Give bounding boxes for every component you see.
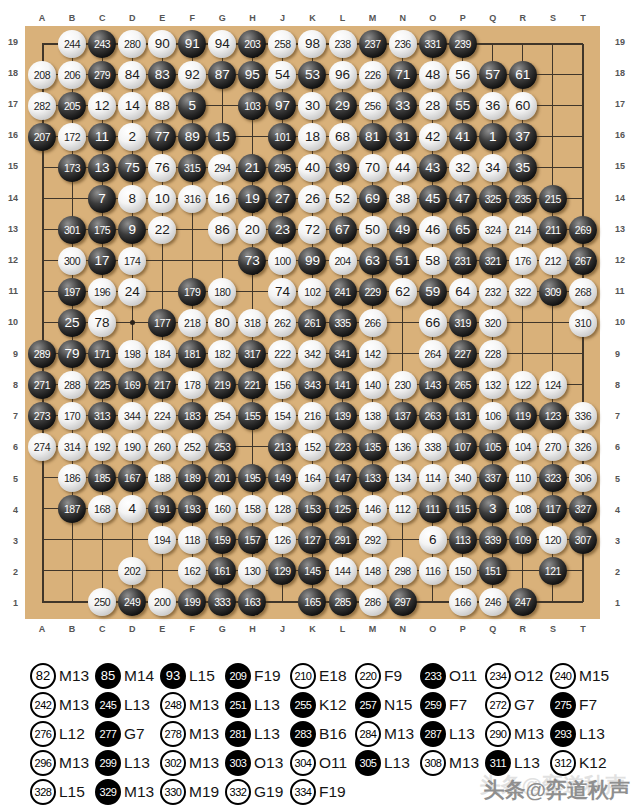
caption-move-272: 272 bbox=[485, 692, 511, 718]
point-R14: 235 bbox=[508, 183, 538, 214]
caption-move-234: 234 bbox=[485, 663, 511, 689]
point-F5: 189 bbox=[177, 462, 207, 493]
watermark: 头条@弈道秋声 bbox=[484, 776, 630, 804]
stone-black-31: 31 bbox=[389, 123, 417, 151]
stone-white-124: 124 bbox=[539, 371, 567, 399]
caption-move-332: 332 bbox=[225, 779, 251, 805]
caption-entry-312: 312K12 bbox=[550, 750, 615, 776]
point-J16: 101 bbox=[267, 121, 297, 152]
caption-move-302: 302 bbox=[160, 750, 186, 776]
caption-at-284: M13 bbox=[384, 725, 414, 743]
point-B11: 197 bbox=[57, 276, 87, 307]
row-label-17: 17 bbox=[0, 88, 25, 119]
stone-black-153: 153 bbox=[298, 495, 326, 523]
stone-black-79: 79 bbox=[58, 340, 86, 368]
caption-move-311: 311 bbox=[485, 750, 511, 776]
row-label-2: 2 bbox=[600, 557, 640, 588]
point-E8: 217 bbox=[147, 369, 177, 400]
point-T8 bbox=[568, 369, 598, 400]
stone-black-49: 49 bbox=[389, 216, 417, 244]
stone-white-146: 146 bbox=[359, 495, 387, 523]
stone-white-34: 34 bbox=[479, 154, 507, 182]
stone-black-219: 219 bbox=[208, 371, 236, 399]
caption-at-233: O11 bbox=[449, 667, 477, 685]
stone-white-260: 260 bbox=[148, 433, 176, 461]
col-label-S: S bbox=[538, 624, 568, 634]
caption-at-220: F9 bbox=[384, 667, 402, 685]
stone-black-169: 169 bbox=[118, 371, 146, 399]
col-label-D: D bbox=[117, 13, 147, 23]
point-R3: 109 bbox=[508, 524, 538, 555]
point-H7: 155 bbox=[237, 400, 267, 431]
stone-white-128: 128 bbox=[268, 495, 296, 523]
caption-move-293: 293 bbox=[550, 721, 576, 747]
col-label-L: L bbox=[328, 13, 358, 23]
col-label-M: M bbox=[358, 13, 388, 23]
point-P16: 41 bbox=[448, 121, 478, 152]
point-C19: 243 bbox=[87, 28, 117, 59]
stone-black-189: 189 bbox=[178, 464, 206, 492]
stone-white-224: 224 bbox=[148, 402, 176, 430]
col-label-R: R bbox=[508, 13, 538, 23]
point-T10: 310 bbox=[568, 307, 598, 338]
point-P9: 227 bbox=[448, 338, 478, 369]
stone-black-39: 39 bbox=[329, 154, 357, 182]
point-Q13: 324 bbox=[478, 214, 508, 245]
stone-white-274: 274 bbox=[28, 433, 56, 461]
point-P10: 319 bbox=[448, 307, 478, 338]
point-T4: 327 bbox=[568, 493, 598, 524]
point-T3: 307 bbox=[568, 524, 598, 555]
caption-entry-276: 276L12 bbox=[30, 721, 95, 747]
stone-black-117: 117 bbox=[539, 495, 567, 523]
point-S11: 309 bbox=[538, 276, 568, 307]
point-A4 bbox=[27, 493, 57, 524]
point-K10: 261 bbox=[297, 307, 327, 338]
row-label-13: 13 bbox=[600, 213, 640, 244]
point-L3: 291 bbox=[328, 524, 358, 555]
point-T17 bbox=[568, 90, 598, 121]
stone-white-164: 164 bbox=[298, 464, 326, 492]
point-M15: 70 bbox=[358, 152, 388, 183]
caption-move-276: 276 bbox=[30, 721, 56, 747]
point-T9 bbox=[568, 338, 598, 369]
stone-white-232: 232 bbox=[479, 278, 507, 306]
stone-black-335: 335 bbox=[329, 309, 357, 337]
stone-black-89: 89 bbox=[178, 123, 206, 151]
stone-black-55: 55 bbox=[449, 92, 477, 120]
caption-move-93: 93 bbox=[160, 663, 186, 689]
caption-row-2: 242M13245L13248M13251L13255K12257N15259F… bbox=[30, 690, 640, 719]
stone-black-155: 155 bbox=[238, 402, 266, 430]
point-S9 bbox=[538, 338, 568, 369]
stone-white-148: 148 bbox=[359, 557, 387, 585]
point-H15: 21 bbox=[237, 152, 267, 183]
stone-black-95: 95 bbox=[238, 61, 266, 89]
point-B19: 244 bbox=[57, 28, 87, 59]
point-J12: 100 bbox=[267, 245, 297, 276]
point-T2 bbox=[568, 555, 598, 586]
stone-black-179: 179 bbox=[178, 278, 206, 306]
row-label-11: 11 bbox=[600, 276, 640, 307]
caption-entry-284: 284M13 bbox=[355, 721, 420, 747]
stone-black-203: 203 bbox=[238, 30, 266, 58]
col-label-J: J bbox=[267, 13, 297, 23]
point-D2: 202 bbox=[117, 555, 147, 586]
caption-move-220: 220 bbox=[355, 663, 381, 689]
point-O18: 48 bbox=[418, 59, 448, 90]
point-K16: 18 bbox=[297, 121, 327, 152]
stone-white-152: 152 bbox=[298, 433, 326, 461]
point-D8: 169 bbox=[117, 369, 147, 400]
stone-black-125: 125 bbox=[329, 495, 357, 523]
point-S3: 120 bbox=[538, 524, 568, 555]
point-J17: 97 bbox=[267, 90, 297, 121]
point-Q2: 151 bbox=[478, 555, 508, 586]
col-label-E: E bbox=[147, 624, 177, 634]
bottom-letter-labels: ABCDEFGHJKLMNOPQRST bbox=[25, 624, 600, 634]
stone-white-258: 258 bbox=[268, 30, 296, 58]
point-B2 bbox=[57, 555, 87, 586]
caption-move-240: 240 bbox=[550, 663, 576, 689]
stone-white-62: 62 bbox=[389, 278, 417, 306]
stone-black-231: 231 bbox=[449, 247, 477, 275]
point-S12: 212 bbox=[538, 245, 568, 276]
caption-at-245: L13 bbox=[124, 696, 150, 714]
caption-at-272: G7 bbox=[514, 696, 535, 714]
point-E16: 77 bbox=[147, 121, 177, 152]
stone-white-222: 222 bbox=[268, 340, 296, 368]
point-P13: 65 bbox=[448, 214, 478, 245]
point-N15: 44 bbox=[388, 152, 418, 183]
stone-white-176: 176 bbox=[509, 247, 537, 275]
stone-black-225: 225 bbox=[88, 371, 116, 399]
point-E6: 260 bbox=[147, 431, 177, 462]
point-G8: 219 bbox=[207, 369, 237, 400]
stone-white-236: 236 bbox=[389, 30, 417, 58]
point-Q16: 1 bbox=[478, 121, 508, 152]
point-A18: 208 bbox=[27, 59, 57, 90]
stone-black-71: 71 bbox=[389, 61, 417, 89]
point-E11 bbox=[147, 276, 177, 307]
stone-white-300: 300 bbox=[58, 247, 86, 275]
stone-white-212: 212 bbox=[539, 247, 567, 275]
point-L11: 241 bbox=[328, 276, 358, 307]
caption-entry-93: 93L15 bbox=[160, 663, 225, 689]
point-M5: 133 bbox=[358, 462, 388, 493]
stone-black-237: 237 bbox=[359, 30, 387, 58]
stone-white-254: 254 bbox=[208, 402, 236, 430]
point-N12: 51 bbox=[388, 245, 418, 276]
stone-black-163: 163 bbox=[238, 588, 266, 616]
point-S1 bbox=[538, 586, 568, 617]
stone-white-6: 6 bbox=[419, 526, 447, 554]
point-F2: 162 bbox=[177, 555, 207, 586]
point-H19: 203 bbox=[237, 28, 267, 59]
stone-white-108: 108 bbox=[509, 495, 537, 523]
stone-white-216: 216 bbox=[298, 402, 326, 430]
caption-at-85: M14 bbox=[124, 667, 154, 685]
stone-white-324: 324 bbox=[479, 216, 507, 244]
point-K13: 72 bbox=[297, 214, 327, 245]
stone-black-7: 7 bbox=[88, 185, 116, 213]
point-P1: 166 bbox=[448, 586, 478, 617]
stone-white-238: 238 bbox=[329, 30, 357, 58]
col-label-T: T bbox=[568, 13, 598, 23]
stone-white-174: 174 bbox=[118, 247, 146, 275]
col-label-H: H bbox=[237, 13, 267, 23]
caption-move-248: 248 bbox=[160, 692, 186, 718]
stone-black-83: 83 bbox=[148, 61, 176, 89]
point-H13: 20 bbox=[237, 214, 267, 245]
point-E1: 200 bbox=[147, 586, 177, 617]
caption-row-3: 276L12277G7278M13281L13283B16284M13287L1… bbox=[30, 719, 640, 748]
caption-at-210: E18 bbox=[319, 667, 347, 685]
point-M9: 142 bbox=[358, 338, 388, 369]
stone-black-229: 229 bbox=[359, 278, 387, 306]
stone-black-113: 113 bbox=[449, 526, 477, 554]
point-P3: 113 bbox=[448, 524, 478, 555]
point-M1: 286 bbox=[358, 586, 388, 617]
point-K8: 343 bbox=[297, 369, 327, 400]
point-R2 bbox=[508, 555, 538, 586]
point-Q12: 321 bbox=[478, 245, 508, 276]
point-D11: 24 bbox=[117, 276, 147, 307]
point-M8: 140 bbox=[358, 369, 388, 400]
caption-entry-248: 248M13 bbox=[160, 692, 225, 718]
stone-white-114: 114 bbox=[419, 464, 447, 492]
stone-black-131: 131 bbox=[449, 402, 477, 430]
stone-white-48: 48 bbox=[419, 61, 447, 89]
stone-black-249: 249 bbox=[118, 588, 146, 616]
stone-black-59: 59 bbox=[419, 278, 447, 306]
stone-white-214: 214 bbox=[509, 216, 537, 244]
stone-black-135: 135 bbox=[359, 433, 387, 461]
caption-at-328: L15 bbox=[59, 783, 85, 801]
caption-at-257: N15 bbox=[384, 696, 412, 714]
point-J9: 222 bbox=[267, 338, 297, 369]
stone-white-344: 344 bbox=[118, 402, 146, 430]
stone-black-301: 301 bbox=[58, 216, 86, 244]
caption-entry-303: 303O13 bbox=[225, 750, 290, 776]
stone-black-253: 253 bbox=[208, 433, 236, 461]
point-C17: 12 bbox=[87, 90, 117, 121]
point-L13: 67 bbox=[328, 214, 358, 245]
point-H10: 318 bbox=[237, 307, 267, 338]
col-label-O: O bbox=[418, 13, 448, 23]
stone-white-294: 294 bbox=[208, 154, 236, 182]
stone-black-29: 29 bbox=[329, 92, 357, 120]
point-P5: 340 bbox=[448, 462, 478, 493]
point-D19: 280 bbox=[117, 28, 147, 59]
stone-white-30: 30 bbox=[298, 92, 326, 120]
point-C9: 171 bbox=[87, 338, 117, 369]
stone-black-111: 111 bbox=[419, 495, 447, 523]
point-J5: 149 bbox=[267, 462, 297, 493]
point-L15: 39 bbox=[328, 152, 358, 183]
point-N5: 134 bbox=[388, 462, 418, 493]
stone-black-315: 315 bbox=[178, 154, 206, 182]
stone-white-266: 266 bbox=[359, 309, 387, 337]
point-Q17: 36 bbox=[478, 90, 508, 121]
stone-white-192: 192 bbox=[88, 433, 116, 461]
row-label-3: 3 bbox=[600, 525, 640, 556]
point-H11 bbox=[237, 276, 267, 307]
caption-entry-82: 82M13 bbox=[30, 663, 95, 689]
point-B3 bbox=[57, 524, 87, 555]
point-Q10: 320 bbox=[478, 307, 508, 338]
col-label-N: N bbox=[388, 624, 418, 634]
point-G11: 180 bbox=[207, 276, 237, 307]
stone-white-298: 298 bbox=[389, 557, 417, 585]
stone-white-88: 88 bbox=[148, 92, 176, 120]
caption-at-296: M13 bbox=[59, 754, 89, 772]
stone-black-141: 141 bbox=[329, 371, 357, 399]
point-M18: 226 bbox=[358, 59, 388, 90]
row-label-15: 15 bbox=[600, 151, 640, 182]
stone-white-292: 292 bbox=[359, 526, 387, 554]
caption-at-281: L13 bbox=[254, 725, 280, 743]
caption-entry-210: 210E18 bbox=[290, 663, 355, 689]
caption-move-259: 259 bbox=[420, 692, 446, 718]
row-label-13: 13 bbox=[0, 213, 25, 244]
stone-black-291: 291 bbox=[329, 526, 357, 554]
row-label-12: 12 bbox=[0, 244, 25, 275]
stone-black-109: 109 bbox=[509, 526, 537, 554]
caption-move-278: 278 bbox=[160, 721, 186, 747]
point-G12 bbox=[207, 245, 237, 276]
stone-white-72: 72 bbox=[298, 216, 326, 244]
stone-white-76: 76 bbox=[148, 154, 176, 182]
point-G6: 253 bbox=[207, 431, 237, 462]
stone-white-24: 24 bbox=[118, 278, 146, 306]
stone-black-43: 43 bbox=[419, 154, 447, 182]
stone-black-265: 265 bbox=[449, 371, 477, 399]
point-N13: 49 bbox=[388, 214, 418, 245]
stone-black-161: 161 bbox=[208, 557, 236, 585]
point-K1: 165 bbox=[297, 586, 327, 617]
stone-black-57: 57 bbox=[479, 61, 507, 89]
point-Q8: 132 bbox=[478, 369, 508, 400]
stone-black-15: 15 bbox=[208, 123, 236, 151]
point-B14 bbox=[57, 183, 87, 214]
point-H8: 221 bbox=[237, 369, 267, 400]
stone-white-22: 22 bbox=[148, 216, 176, 244]
point-L5: 147 bbox=[328, 462, 358, 493]
stone-black-37: 37 bbox=[509, 123, 537, 151]
stone-white-342: 342 bbox=[298, 340, 326, 368]
stone-white-70: 70 bbox=[359, 154, 387, 182]
stone-white-20: 20 bbox=[238, 216, 266, 244]
stone-black-331: 331 bbox=[419, 30, 447, 58]
point-Q15: 34 bbox=[478, 152, 508, 183]
stone-white-74: 74 bbox=[268, 278, 296, 306]
caption-entry-240: 240M15 bbox=[550, 663, 615, 689]
point-B17: 205 bbox=[57, 90, 87, 121]
col-label-R: R bbox=[508, 624, 538, 634]
point-S10 bbox=[538, 307, 568, 338]
point-C2 bbox=[87, 555, 117, 586]
col-label-T: T bbox=[568, 624, 598, 634]
point-H3: 157 bbox=[237, 524, 267, 555]
stone-black-99: 99 bbox=[298, 247, 326, 275]
row-label-7: 7 bbox=[600, 401, 640, 432]
caption-move-255: 255 bbox=[290, 692, 316, 718]
row-label-6: 6 bbox=[0, 432, 25, 463]
stone-white-218: 218 bbox=[178, 309, 206, 337]
point-M6: 135 bbox=[358, 431, 388, 462]
point-J14: 27 bbox=[267, 183, 297, 214]
row-label-14: 14 bbox=[600, 182, 640, 213]
stone-black-97: 97 bbox=[268, 92, 296, 120]
point-C10: 78 bbox=[87, 307, 117, 338]
point-R12: 176 bbox=[508, 245, 538, 276]
stone-white-102: 102 bbox=[298, 278, 326, 306]
caption-at-259: F7 bbox=[449, 696, 467, 714]
point-J13: 23 bbox=[267, 214, 297, 245]
stone-black-77: 77 bbox=[148, 123, 176, 151]
caption-at-312: K12 bbox=[579, 754, 607, 772]
stone-black-215: 215 bbox=[539, 185, 567, 213]
point-K7: 216 bbox=[297, 400, 327, 431]
stone-black-207: 207 bbox=[28, 123, 56, 151]
point-F18: 92 bbox=[177, 59, 207, 90]
stone-black-183: 183 bbox=[178, 402, 206, 430]
stone-black-115: 115 bbox=[449, 495, 477, 523]
stone-white-64: 64 bbox=[449, 278, 477, 306]
stone-black-213: 213 bbox=[268, 433, 296, 461]
col-label-Q: Q bbox=[478, 624, 508, 634]
caption-move-334: 334 bbox=[290, 779, 316, 805]
caption-entry-293: 293L13 bbox=[550, 721, 615, 747]
caption-entry-302: 302M13 bbox=[160, 750, 225, 776]
point-R19 bbox=[508, 28, 538, 59]
stone-black-45: 45 bbox=[419, 185, 447, 213]
row-label-16: 16 bbox=[600, 120, 640, 151]
col-label-C: C bbox=[87, 13, 117, 23]
point-B4: 187 bbox=[57, 493, 87, 524]
row-label-7: 7 bbox=[0, 401, 25, 432]
board-band: 19181716151413121110987654321 2442432809… bbox=[0, 26, 640, 619]
caption-move-245: 245 bbox=[95, 692, 121, 718]
row-label-8: 8 bbox=[600, 369, 640, 400]
point-K6: 152 bbox=[297, 431, 327, 462]
stone-white-314: 314 bbox=[58, 433, 86, 461]
point-O11: 59 bbox=[418, 276, 448, 307]
point-D4: 4 bbox=[117, 493, 147, 524]
point-N9 bbox=[388, 338, 418, 369]
stone-black-33: 33 bbox=[389, 92, 417, 120]
point-D12: 174 bbox=[117, 245, 147, 276]
caption-move-275: 275 bbox=[550, 692, 576, 718]
stone-white-106: 106 bbox=[479, 402, 507, 430]
point-A2 bbox=[27, 555, 57, 586]
point-Q4: 3 bbox=[478, 493, 508, 524]
stone-black-101: 101 bbox=[268, 123, 296, 151]
point-H5: 195 bbox=[237, 462, 267, 493]
stone-black-247: 247 bbox=[509, 588, 537, 616]
point-D10 bbox=[117, 307, 147, 338]
caption-at-93: L15 bbox=[189, 667, 215, 685]
point-D14: 8 bbox=[117, 183, 147, 214]
caption-entry-305: 305L13 bbox=[355, 750, 420, 776]
point-H1: 163 bbox=[237, 586, 267, 617]
point-O8: 143 bbox=[418, 369, 448, 400]
stone-black-191: 191 bbox=[148, 495, 176, 523]
stone-white-66: 66 bbox=[419, 309, 447, 337]
caption-entry-255: 255K12 bbox=[290, 692, 355, 718]
point-J8: 156 bbox=[267, 369, 297, 400]
